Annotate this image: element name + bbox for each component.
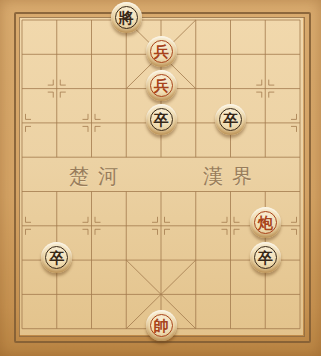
red-cannon-ring: 炮 — [254, 211, 277, 234]
black-soldier[interactable]: 卒 — [250, 242, 281, 273]
red-general[interactable]: 帥 — [146, 310, 177, 341]
black-soldier-glyph: 卒 — [223, 113, 238, 128]
red-cannon[interactable]: 炮 — [250, 207, 281, 238]
black-soldier[interactable]: 卒 — [146, 104, 177, 135]
black-soldier-ring: 卒 — [219, 108, 242, 131]
red-general-ring: 帥 — [150, 314, 173, 337]
red-soldier-glyph: 兵 — [154, 44, 169, 59]
black-soldier-glyph: 卒 — [258, 250, 273, 265]
black-soldier-ring: 卒 — [45, 246, 68, 269]
red-cannon-glyph: 炮 — [258, 216, 273, 231]
black-soldier-glyph: 卒 — [49, 250, 64, 265]
red-soldier[interactable]: 兵 — [146, 70, 177, 101]
red-soldier-glyph: 兵 — [154, 79, 169, 94]
red-soldier-ring: 兵 — [150, 74, 173, 97]
red-soldier-ring: 兵 — [150, 40, 173, 63]
black-soldier-glyph: 卒 — [154, 113, 169, 128]
black-soldier[interactable]: 卒 — [41, 242, 72, 273]
red-general-glyph: 帥 — [154, 319, 169, 334]
black-general[interactable]: 將 — [111, 2, 142, 33]
red-soldier[interactable]: 兵 — [146, 36, 177, 67]
xiangqi-app-background: 楚河 漢界 將兵兵卒卒炮卒卒帥 — [0, 0, 321, 356]
black-soldier-ring: 卒 — [254, 246, 277, 269]
black-general-glyph: 將 — [119, 10, 134, 25]
black-general-ring: 將 — [115, 6, 138, 29]
black-soldier-ring: 卒 — [150, 108, 173, 131]
